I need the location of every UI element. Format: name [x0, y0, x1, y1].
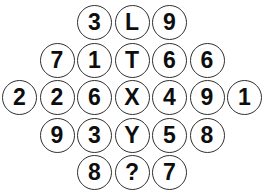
- puzzle-cell: L: [115, 5, 150, 40]
- puzzle-cell: 1: [77, 43, 112, 78]
- puzzle-cell: 7: [40, 43, 75, 78]
- puzzle-cell: X: [115, 80, 150, 115]
- puzzle-cell: T: [115, 43, 150, 78]
- puzzle-cell: 6: [77, 80, 112, 115]
- puzzle-cell: 3: [77, 118, 112, 153]
- puzzle-board: 3L971T66226X49193Y588?7: [0, 0, 276, 195]
- puzzle-cell-missing: ?: [115, 155, 150, 190]
- puzzle-cell: 8: [77, 155, 112, 190]
- puzzle-cell: 2: [2, 80, 37, 115]
- puzzle-cell: 9: [152, 5, 187, 40]
- puzzle-screenshot: 3L971T66226X49193Y588?7: [0, 0, 276, 195]
- puzzle-cell: 9: [40, 118, 75, 153]
- puzzle-cell: 4: [152, 80, 187, 115]
- puzzle-cell: 9: [190, 80, 225, 115]
- puzzle-cell: 5: [152, 118, 187, 153]
- puzzle-cell: 3: [77, 5, 112, 40]
- puzzle-cell: 6: [190, 43, 225, 78]
- puzzle-cell: 7: [152, 155, 187, 190]
- puzzle-cell: 6: [152, 43, 187, 78]
- puzzle-cell: 2: [40, 80, 75, 115]
- puzzle-cell: 8: [190, 118, 225, 153]
- puzzle-cell: 1: [227, 80, 262, 115]
- puzzle-cell: Y: [115, 118, 150, 153]
